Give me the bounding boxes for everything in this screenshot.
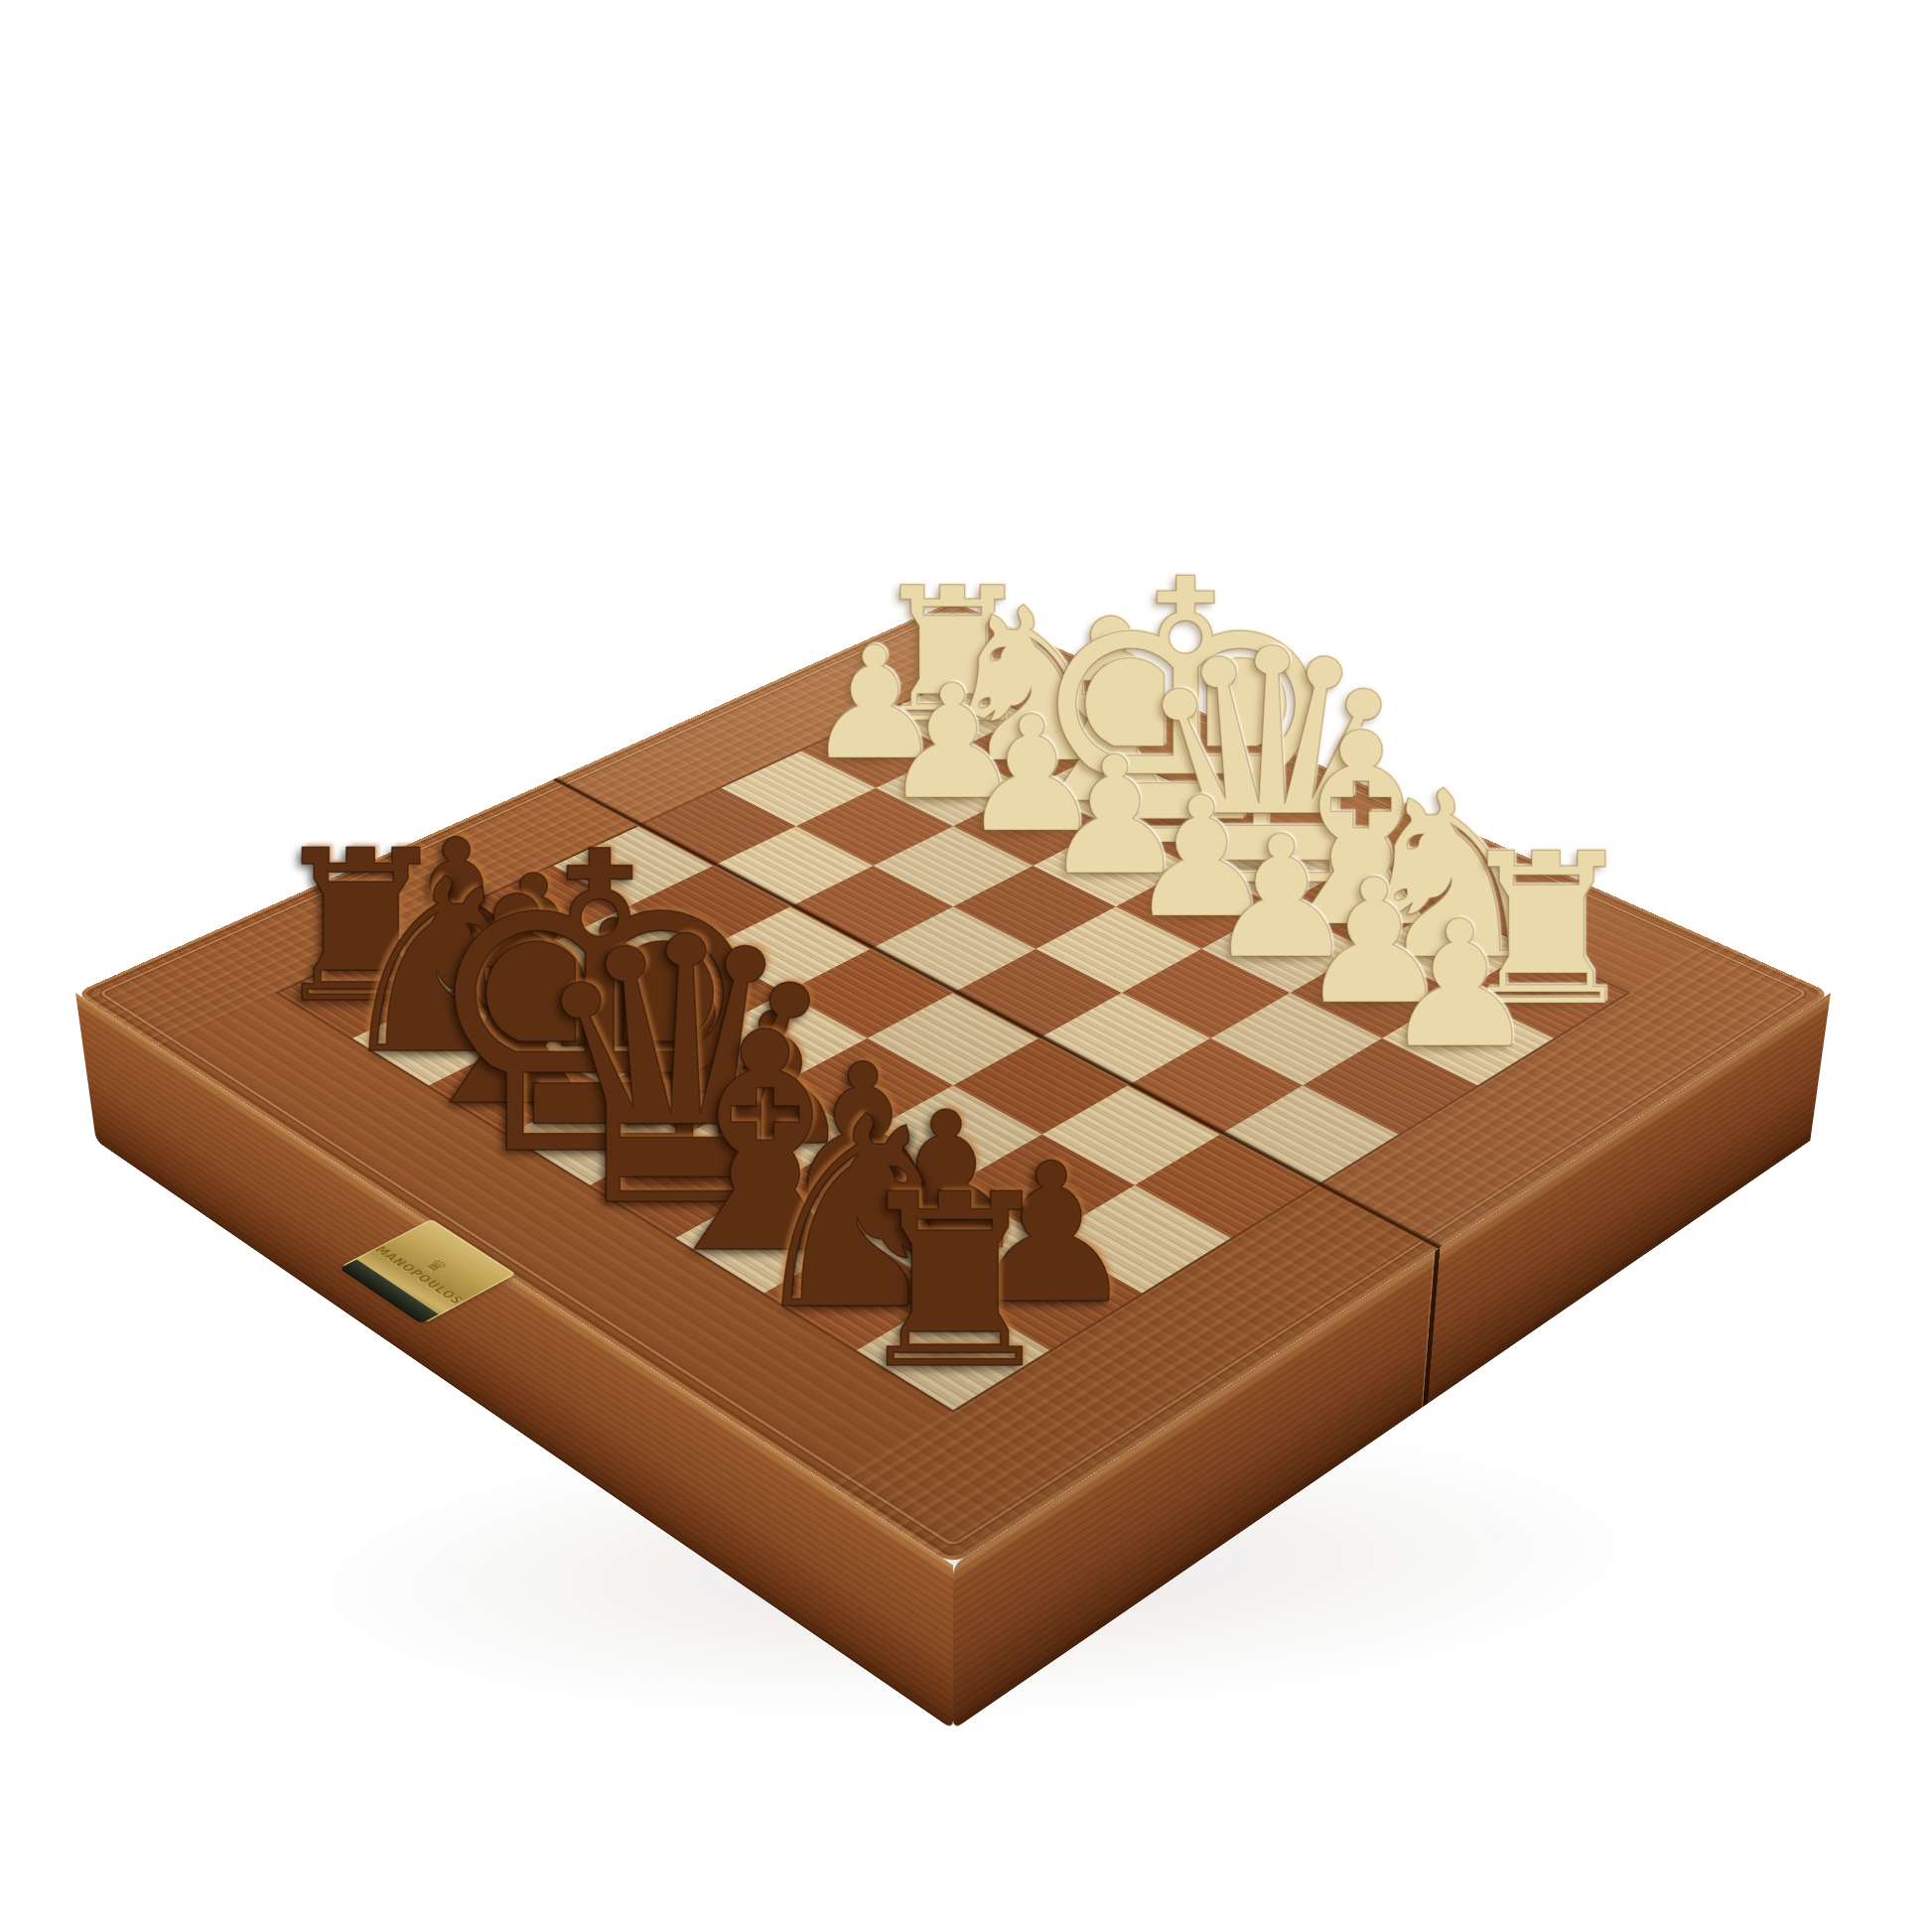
square-a4[interactable] (1220, 1085, 1398, 1185)
square-a5[interactable] (1135, 1135, 1316, 1238)
black-rook-a8[interactable]: ♜ (847, 1163, 1061, 1402)
product-photo-scene: ♛ MANOPOULOS ♜♞♟♝♟♟♚♟♛♟♝♞♟♟♟♜♜♟♟♟♞♟♝♚♟♛♟… (0, 0, 1932, 1932)
white-pawn-a2[interactable]: ♟ (1381, 897, 1538, 1072)
square-b4[interactable] (1128, 1038, 1303, 1135)
square-c4[interactable] (1038, 993, 1210, 1085)
